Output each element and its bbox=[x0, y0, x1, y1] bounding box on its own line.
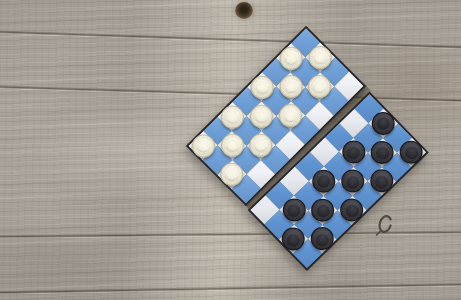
plank-gap-line bbox=[0, 30, 461, 50]
wood-table bbox=[0, 0, 461, 300]
board-diamond bbox=[186, 26, 426, 266]
checkers-board bbox=[221, 61, 391, 231]
wood-knot bbox=[235, 2, 253, 19]
plank-gap-line bbox=[0, 283, 461, 295]
